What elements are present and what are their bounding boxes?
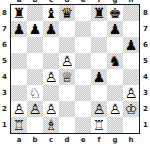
- black-bishop[interactable]: ♝: [45, 5, 58, 21]
- black-rook[interactable]: ♜: [93, 5, 106, 21]
- black-pawn[interactable]: ♟: [13, 21, 26, 37]
- square-a1[interactable]: ♖: [11, 117, 27, 133]
- file-label-e-bottom: e: [75, 136, 91, 144]
- square-f1[interactable]: ♖: [91, 117, 107, 133]
- square-d1[interactable]: [59, 117, 75, 133]
- square-f2[interactable]: ♙: [91, 101, 107, 117]
- square-a6[interactable]: [11, 37, 27, 53]
- square-b3[interactable]: ♘: [27, 85, 43, 101]
- rank-label-2-left: 2: [0, 101, 9, 117]
- rank-label-7-left: 7: [0, 21, 9, 37]
- square-c8[interactable]: ♝: [43, 5, 59, 21]
- rank-label-2-right: 2: [141, 101, 150, 117]
- square-c6[interactable]: [43, 37, 59, 53]
- rank-label-5-right: 5: [141, 53, 150, 69]
- rank-label-8-right: 8: [141, 5, 150, 21]
- square-f8[interactable]: ♜: [91, 5, 107, 21]
- file-label-f-bottom: f: [91, 136, 107, 144]
- square-e8[interactable]: [75, 5, 91, 21]
- white-pawn[interactable]: ♙: [29, 101, 42, 117]
- square-e7[interactable]: [75, 21, 91, 37]
- square-e5[interactable]: [75, 53, 91, 69]
- square-c5[interactable]: [43, 53, 59, 69]
- file-label-d-bottom: d: [59, 136, 75, 144]
- square-b6[interactable]: [27, 37, 43, 53]
- square-b5[interactable]: [27, 53, 43, 69]
- rank-label-8-left: 8: [0, 5, 9, 21]
- square-e4[interactable]: [75, 69, 91, 85]
- square-a3[interactable]: [11, 85, 27, 101]
- square-c1[interactable]: ♗: [43, 117, 59, 133]
- white-pawn[interactable]: ♙: [13, 101, 26, 117]
- rank-label-4-right: 4: [141, 69, 150, 85]
- file-labels-bottom: abcdefgh: [11, 136, 139, 144]
- square-e3[interactable]: [75, 85, 91, 101]
- black-pawn[interactable]: ♟: [109, 21, 122, 37]
- black-queen[interactable]: ♛: [61, 5, 74, 21]
- square-a7[interactable]: ♟: [11, 21, 27, 37]
- square-f7[interactable]: [91, 21, 107, 37]
- square-e6[interactable]: [75, 37, 91, 53]
- square-g8[interactable]: ♚: [107, 5, 123, 21]
- square-h2[interactable]: ♔: [123, 101, 139, 117]
- black-knight[interactable]: ♞: [109, 53, 122, 69]
- square-b7[interactable]: ♟: [27, 21, 43, 37]
- square-a2[interactable]: ♙: [11, 101, 27, 117]
- rank-labels-left: 87654321: [0, 5, 9, 133]
- square-g7[interactable]: ♟: [107, 21, 123, 37]
- square-h6[interactable]: ♟: [123, 37, 139, 53]
- rank-label-1-left: 1: [0, 117, 9, 133]
- square-b8[interactable]: [27, 5, 43, 21]
- rank-label-1-right: 1: [141, 117, 150, 133]
- rank-label-6-left: 6: [0, 37, 9, 53]
- white-king[interactable]: ♔: [125, 101, 138, 117]
- square-h4[interactable]: [123, 69, 139, 85]
- square-c7[interactable]: ♟: [43, 21, 59, 37]
- rank-label-6-right: 6: [141, 37, 150, 53]
- white-pawn[interactable]: ♙: [61, 53, 74, 69]
- square-a5[interactable]: [11, 53, 27, 69]
- square-e2[interactable]: [75, 101, 91, 117]
- file-label-g-bottom: g: [107, 136, 123, 144]
- square-g6[interactable]: [107, 37, 123, 53]
- rank-label-7-right: 7: [141, 21, 150, 37]
- white-rook[interactable]: ♖: [13, 117, 26, 133]
- square-c2[interactable]: ♙: [43, 101, 59, 117]
- black-rook[interactable]: ♜: [13, 5, 26, 21]
- black-pawn[interactable]: ♟: [93, 69, 106, 85]
- file-label-a-bottom: a: [11, 136, 27, 144]
- square-a4[interactable]: [11, 69, 27, 85]
- square-g4[interactable]: [107, 69, 123, 85]
- square-c4[interactable]: ♙: [43, 69, 59, 85]
- rank-label-3-left: 3: [0, 85, 9, 101]
- black-pawn[interactable]: ♟: [125, 37, 138, 53]
- square-f3[interactable]: [91, 85, 107, 101]
- chess-board: ♜♝♛♜♚♟♟♟♟♟♙♞♙♕♟♘♙♙♙♙♙♙♔♖♗♖: [10, 4, 140, 134]
- white-pawn[interactable]: ♙: [93, 101, 106, 117]
- white-rook[interactable]: ♖: [93, 117, 106, 133]
- white-bishop[interactable]: ♗: [45, 117, 58, 133]
- square-g2[interactable]: ♙: [107, 101, 123, 117]
- square-d3[interactable]: [59, 85, 75, 101]
- file-label-c-bottom: c: [43, 136, 59, 144]
- file-label-b-bottom: b: [27, 136, 43, 144]
- chess-diagram: abcdefgh 87654321 ♜♝♛♜♚♟♟♟♟♟♙♞♙♕♟♘♙♙♙♙♙♙…: [0, 0, 150, 150]
- white-pawn[interactable]: ♙: [125, 85, 138, 101]
- square-b1[interactable]: [27, 117, 43, 133]
- file-label-h-bottom: h: [123, 136, 139, 144]
- square-d6[interactable]: [59, 37, 75, 53]
- square-h1[interactable]: [123, 117, 139, 133]
- square-h5[interactable]: [123, 53, 139, 69]
- square-b4[interactable]: [27, 69, 43, 85]
- white-queen[interactable]: ♕: [61, 69, 74, 85]
- white-pawn[interactable]: ♙: [45, 101, 58, 117]
- rank-labels-right: 87654321: [141, 5, 150, 133]
- square-d7[interactable]: [59, 21, 75, 37]
- rank-label-3-right: 3: [141, 85, 150, 101]
- square-d8[interactable]: ♛: [59, 5, 75, 21]
- square-d5[interactable]: ♙: [59, 53, 75, 69]
- white-pawn[interactable]: ♙: [109, 101, 122, 117]
- square-d4[interactable]: ♕: [59, 69, 75, 85]
- black-king[interactable]: ♚: [109, 5, 122, 21]
- square-e1[interactable]: [75, 117, 91, 133]
- square-c3[interactable]: [43, 85, 59, 101]
- square-h3[interactable]: ♙: [123, 85, 139, 101]
- square-f5[interactable]: [91, 53, 107, 69]
- square-f4[interactable]: ♟: [91, 69, 107, 85]
- square-d2[interactable]: [59, 101, 75, 117]
- square-h8[interactable]: [123, 5, 139, 21]
- black-pawn[interactable]: ♟: [29, 21, 42, 37]
- black-pawn[interactable]: ♟: [45, 21, 58, 37]
- rank-label-4-left: 4: [0, 69, 9, 85]
- square-g5[interactable]: ♞: [107, 53, 123, 69]
- square-g1[interactable]: [107, 117, 123, 133]
- square-g3[interactable]: [107, 85, 123, 101]
- white-pawn[interactable]: ♙: [45, 69, 58, 85]
- square-a8[interactable]: ♜: [11, 5, 27, 21]
- white-knight[interactable]: ♘: [29, 85, 42, 101]
- rank-label-5-left: 5: [0, 53, 9, 69]
- square-f6[interactable]: [91, 37, 107, 53]
- square-b2[interactable]: ♙: [27, 101, 43, 117]
- square-h7[interactable]: [123, 21, 139, 37]
